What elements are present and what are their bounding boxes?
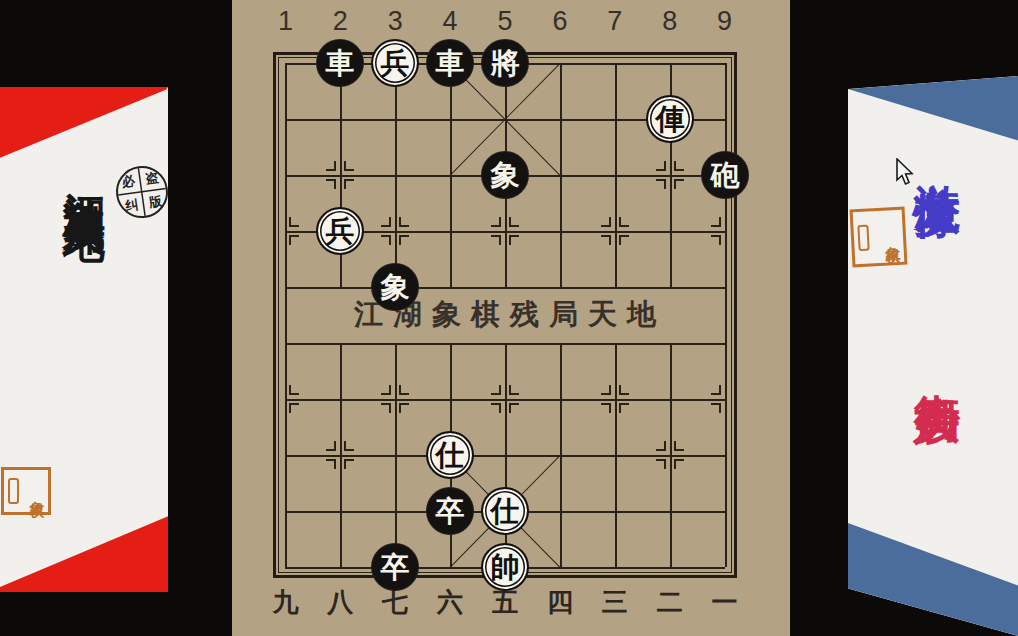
board-line xyxy=(381,385,391,395)
piece-red-仕[interactable]: 仕 xyxy=(426,431,474,479)
board-line xyxy=(399,385,409,395)
piece-black-將[interactable]: 將 xyxy=(481,39,529,87)
piece-red-兵[interactable]: 兵 xyxy=(371,39,419,87)
board-line xyxy=(491,235,501,245)
stamp-char: 纠 xyxy=(118,192,145,219)
stamp-char: 盗 xyxy=(139,165,166,192)
right-panel-title-line1: 游龙惊梦 xyxy=(914,148,960,156)
piece-red-帥[interactable]: 帥 xyxy=(481,543,529,591)
seal-motif xyxy=(8,478,19,504)
board-line xyxy=(615,63,617,287)
file-number-label: 6 xyxy=(532,6,587,37)
file-number-label: 八 xyxy=(313,585,368,620)
board-line xyxy=(619,385,629,395)
mouse-cursor-icon xyxy=(896,158,918,188)
board-line xyxy=(399,403,409,413)
board-line xyxy=(340,343,342,567)
stamp-char: 必 xyxy=(115,168,142,195)
board-line xyxy=(289,403,299,413)
file-number-label: 一 xyxy=(697,585,752,620)
board-line xyxy=(711,403,721,413)
left-panel-title: 江湖象棋残局天地 xyxy=(63,159,105,191)
board-line xyxy=(285,287,725,289)
board-line xyxy=(509,403,519,413)
board-line xyxy=(674,179,684,189)
board-line xyxy=(619,403,629,413)
file-number-label: 4 xyxy=(423,6,478,37)
right-panel-blue-triangle-bottom xyxy=(848,76,1018,636)
board-line xyxy=(670,343,672,567)
file-number-label: 7 xyxy=(587,6,642,37)
file-number-label: 三 xyxy=(587,585,642,620)
board-line xyxy=(711,235,721,245)
board-line xyxy=(619,217,629,227)
board-line xyxy=(509,385,519,395)
board-line xyxy=(289,385,299,395)
board-line xyxy=(619,235,629,245)
file-numbers-top: 123456789 xyxy=(258,6,752,37)
board-line xyxy=(289,235,299,245)
piece-red-俥[interactable]: 俥 xyxy=(646,95,694,143)
board-line xyxy=(509,235,519,245)
board-line xyxy=(601,235,611,245)
video-frame: 123456789 九八七六五四三二一 江湖象棋残局天地 車兵車將俥象砲兵象仕卒… xyxy=(0,0,1018,636)
board-line xyxy=(615,343,617,567)
right-panel-title-line2: 街头妙局 xyxy=(914,358,960,366)
board-line xyxy=(656,161,666,171)
piece-black-卒[interactable]: 卒 xyxy=(426,487,474,535)
file-number-label: 2 xyxy=(313,6,368,37)
board-line xyxy=(326,441,336,451)
board-line xyxy=(509,217,519,227)
board-line xyxy=(395,63,397,287)
board-line xyxy=(491,385,501,395)
piece-red-兵[interactable]: 兵 xyxy=(316,207,364,255)
board-line xyxy=(381,217,391,227)
board-line xyxy=(326,459,336,469)
seal-text: 象棋 xyxy=(29,489,44,493)
board-line xyxy=(601,403,611,413)
board-line xyxy=(601,385,611,395)
board-line xyxy=(285,63,287,567)
board-line xyxy=(381,235,391,245)
file-number-label: 六 xyxy=(423,585,478,620)
xiangqi-seal: 象棋 xyxy=(1,467,51,515)
file-number-label: 9 xyxy=(697,6,752,37)
board-line xyxy=(674,441,684,451)
left-cover-panel: 江湖象棋残局天地 必 盗 纠 版 象棋 xyxy=(0,87,168,592)
board-line xyxy=(326,161,336,171)
seal-motif xyxy=(857,225,869,252)
board-line xyxy=(326,179,336,189)
piece-black-砲[interactable]: 砲 xyxy=(701,151,749,199)
board-line xyxy=(491,403,501,413)
file-number-label: 5 xyxy=(478,6,533,37)
piece-black-卒[interactable]: 卒 xyxy=(371,543,419,591)
piece-black-車[interactable]: 車 xyxy=(316,39,364,87)
board-line xyxy=(344,161,354,171)
xiangqi-board[interactable]: 123456789 九八七六五四三二一 江湖象棋残局天地 車兵車將俥象砲兵象仕卒… xyxy=(285,63,725,567)
board-line xyxy=(381,403,391,413)
board-line xyxy=(344,441,354,451)
board-line xyxy=(656,179,666,189)
board-line xyxy=(344,459,354,469)
stamp-char: 版 xyxy=(142,189,169,216)
xiangqi-seal: 象棋 xyxy=(850,207,908,268)
board-line xyxy=(656,459,666,469)
file-number-label: 1 xyxy=(258,6,313,37)
board-line xyxy=(399,217,409,227)
board-line xyxy=(674,161,684,171)
board-line xyxy=(725,63,727,567)
board-line xyxy=(344,179,354,189)
right-cover-panel: 游龙惊梦 街头妙局 象棋 xyxy=(848,76,1018,636)
board-line xyxy=(601,217,611,227)
board-line xyxy=(289,217,299,227)
file-number-label: 九 xyxy=(258,585,313,620)
anti-piracy-stamp: 必 盗 纠 版 xyxy=(113,163,172,222)
board-line xyxy=(711,385,721,395)
file-number-label: 8 xyxy=(642,6,697,37)
board-line xyxy=(395,343,397,567)
board-line xyxy=(674,459,684,469)
piece-black-車[interactable]: 車 xyxy=(426,39,474,87)
piece-black-象[interactable]: 象 xyxy=(371,263,419,311)
file-number-label: 3 xyxy=(368,6,423,37)
seal-text: 象棋 xyxy=(884,234,899,239)
file-number-label: 四 xyxy=(532,585,587,620)
board-line xyxy=(711,217,721,227)
file-number-label: 二 xyxy=(642,585,697,620)
board-line xyxy=(656,441,666,451)
board-line xyxy=(399,235,409,245)
piece-black-象[interactable]: 象 xyxy=(481,151,529,199)
board-line xyxy=(491,217,501,227)
piece-red-仕[interactable]: 仕 xyxy=(481,487,529,535)
